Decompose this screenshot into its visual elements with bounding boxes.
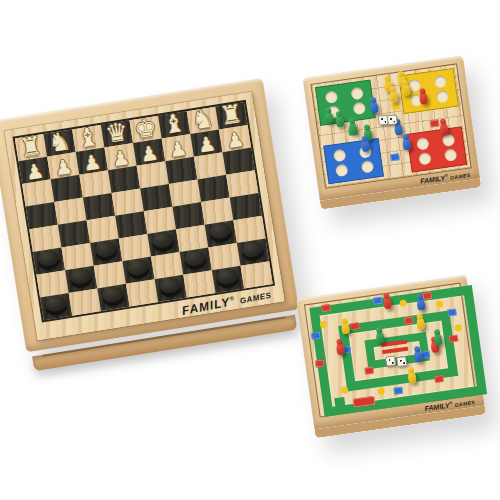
ludo-track-cell-yellow xyxy=(391,103,401,111)
spiral-track-start-tail xyxy=(334,397,346,412)
peg-hole xyxy=(361,160,375,174)
white-chess-pawn: ♟ xyxy=(110,147,131,170)
black-checker-piece xyxy=(37,249,60,267)
peg-hole xyxy=(350,87,364,101)
spiral-track-cell-red xyxy=(434,375,444,383)
square-r1c2: ♞ xyxy=(43,129,75,156)
white-chess-piece: ♞ xyxy=(46,128,72,156)
white-chess-pawn: ♟ xyxy=(53,156,74,179)
spiral-race-board-box: FAMILY® GAMES xyxy=(296,275,486,439)
ludo-wooden-frame: FAMILY® GAMES xyxy=(303,55,482,210)
ludo-track-cell-red xyxy=(430,119,440,127)
white-chess-pawn: ♟ xyxy=(168,138,189,161)
spiral-board-surface xyxy=(304,283,476,418)
ludo-board-box: FAMILY® GAMES xyxy=(303,55,482,210)
peg-hole xyxy=(436,90,450,104)
registered-mark: ® xyxy=(229,295,235,302)
registered-mark: ® xyxy=(449,400,453,405)
spiral-track-cell-red xyxy=(449,335,459,343)
white-chess-piece: ♛ xyxy=(104,119,130,147)
square-r8c4 xyxy=(126,279,158,306)
die xyxy=(396,356,407,367)
spiral-track-cell-blue xyxy=(447,308,457,316)
square-r1c4: ♛ xyxy=(101,120,133,147)
brand-games-text: GAMES xyxy=(454,399,475,408)
square-r1c3: ♝ xyxy=(72,125,104,152)
spiral-track-cell-blue xyxy=(393,387,403,395)
peg-hole xyxy=(335,164,349,178)
peg-hole xyxy=(442,133,456,147)
black-checker-piece xyxy=(159,276,182,294)
ludo-track-cell-blue xyxy=(390,153,400,161)
peg-hole xyxy=(353,102,367,116)
black-checker-piece xyxy=(209,222,232,240)
white-chess-piece: ♚ xyxy=(132,114,158,142)
black-checker-piece xyxy=(216,267,239,285)
peg-hole xyxy=(418,152,432,166)
chess-checkers-board-box: ♜♞♝♛♚♝♞♜♟♟♟♟♟♟♟♟ FAMILY® GAMES xyxy=(0,78,302,372)
white-chess-piece: ♞ xyxy=(190,105,216,133)
square-r8c1 xyxy=(40,293,72,320)
square-r1c7: ♞ xyxy=(187,107,219,134)
square-r8c2 xyxy=(69,288,101,315)
square-r8c3 xyxy=(97,284,129,311)
ludo-home-blue xyxy=(323,138,384,184)
registered-mark: ® xyxy=(444,173,448,178)
square-r8c5 xyxy=(155,275,187,302)
white-chess-pawn: ♟ xyxy=(24,160,45,183)
peg-hole xyxy=(434,75,448,89)
black-checker-piece xyxy=(69,267,92,285)
black-checker-piece xyxy=(184,249,207,267)
square-r1c5: ♚ xyxy=(129,116,161,143)
square-r1c6: ♝ xyxy=(158,111,190,138)
brand-games-text: GAMES xyxy=(450,172,471,181)
die xyxy=(387,114,398,125)
square-r1c1: ♜ xyxy=(15,134,47,161)
spiral-track-cell-red xyxy=(422,292,432,300)
spiral-track-cell-blue xyxy=(373,297,383,305)
peg-hole xyxy=(325,90,339,104)
black-checker-piece xyxy=(101,285,124,303)
spiral-track-cell-blue xyxy=(311,332,321,340)
square-r1c8: ♜ xyxy=(215,102,247,129)
white-chess-pawn: ♟ xyxy=(139,142,160,165)
white-chess-pawn: ♟ xyxy=(225,129,246,152)
brand-family-text: FAMILY xyxy=(420,174,446,184)
square-r8c6 xyxy=(183,270,215,297)
product-photo-scene: ♜♞♝♛♚♝♞♜♟♟♟♟♟♟♟♟ FAMILY® GAMES FAMILY® xyxy=(0,0,500,500)
black-checker-piece xyxy=(94,240,117,258)
die xyxy=(385,355,396,366)
spiral-track-cell-red xyxy=(404,317,414,325)
white-chess-piece: ♜ xyxy=(218,101,244,129)
brand-games-text: GAMES xyxy=(239,291,272,306)
main-board-wooden-frame: ♜♞♝♛♚♝♞♜♟♟♟♟♟♟♟♟ FAMILY® GAMES xyxy=(0,78,299,352)
black-checker-piece xyxy=(152,231,175,249)
white-chess-pawn: ♟ xyxy=(82,151,103,174)
peg-hole xyxy=(416,137,430,151)
square-r8c7 xyxy=(212,266,244,293)
spiral-track-cell-red xyxy=(364,367,374,375)
black-checker-piece xyxy=(44,295,67,313)
white-chess-pawn: ♟ xyxy=(196,133,217,156)
black-checker-piece xyxy=(126,258,149,276)
main-grid: ♜♞♝♛♚♝♞♜♟♟♟♟♟♟♟♟ xyxy=(13,100,276,323)
square-r8c8 xyxy=(241,261,273,288)
spiral-track-cell-red xyxy=(350,322,360,330)
peg-hole xyxy=(444,148,458,162)
ludo-home-green xyxy=(315,79,376,125)
white-chess-piece: ♝ xyxy=(161,110,187,138)
white-chess-piece: ♝ xyxy=(75,123,101,151)
brand-family-text: FAMILY xyxy=(424,402,450,412)
peg-hole xyxy=(333,149,347,163)
spiral-track-cell-red xyxy=(321,304,331,312)
spiral-track-cell-red xyxy=(315,359,325,367)
ludo-board-surface xyxy=(310,63,471,189)
ludo-home-red xyxy=(406,126,467,172)
spiral-wooden-frame: FAMILY® GAMES xyxy=(296,275,486,439)
white-chess-piece: ♜ xyxy=(18,132,44,160)
black-checker-piece xyxy=(241,240,264,258)
main-board-surface: ♜♞♝♛♚♝♞♜♟♟♟♟♟♟♟♟ FAMILY® GAMES xyxy=(5,92,285,340)
